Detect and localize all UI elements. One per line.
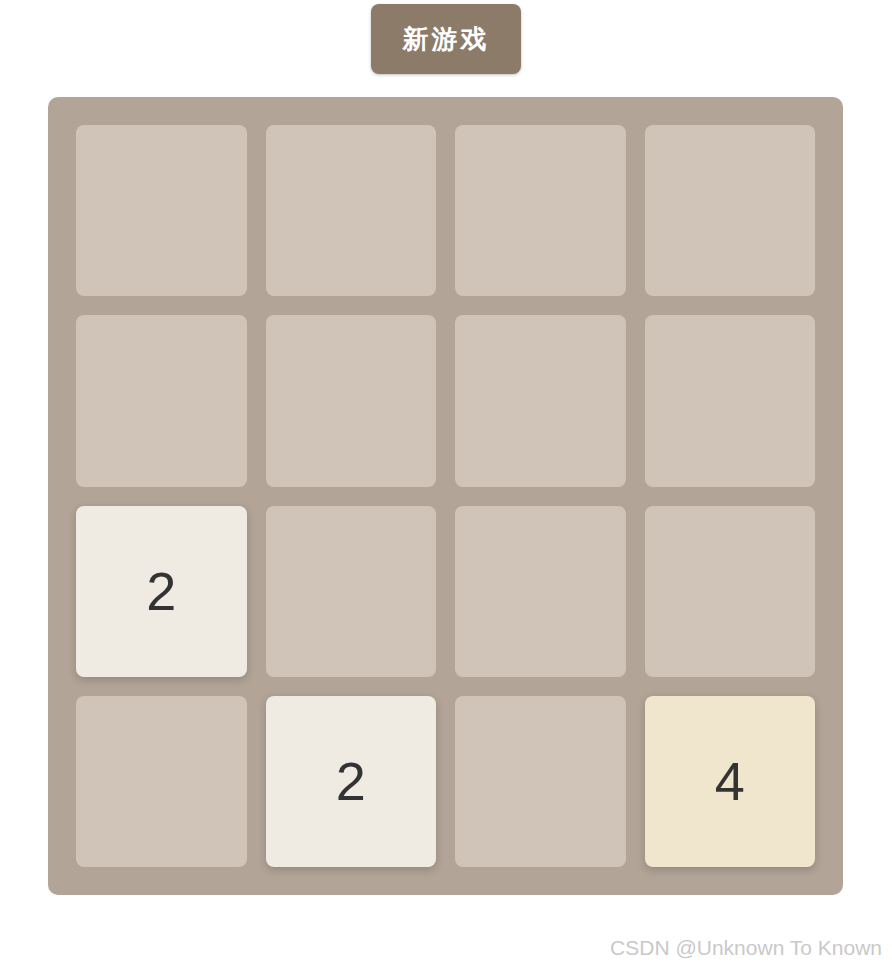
watermark: CSDN @Unknown To Known [610, 936, 882, 960]
empty-cell [76, 125, 247, 296]
board-grid[interactable]: 224 [48, 97, 843, 895]
empty-cell [266, 125, 437, 296]
empty-cell [645, 315, 816, 486]
empty-cell [266, 315, 437, 486]
tile-4: 4 [645, 696, 816, 867]
empty-cell [645, 125, 816, 296]
empty-cell [455, 315, 626, 486]
empty-cell [645, 506, 816, 677]
empty-cell [455, 125, 626, 296]
tile-2: 2 [76, 506, 247, 677]
empty-cell [455, 696, 626, 867]
tile-2: 2 [266, 696, 437, 867]
empty-cell [455, 506, 626, 677]
empty-cell [76, 696, 247, 867]
empty-cell [76, 315, 247, 486]
empty-cell [266, 506, 437, 677]
new-game-button[interactable]: 新游戏 [371, 4, 521, 74]
